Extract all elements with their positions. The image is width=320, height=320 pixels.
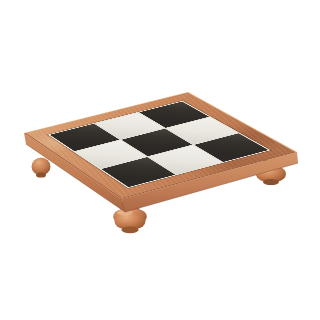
product-photo-checkerboard-trivet bbox=[0, 0, 320, 320]
bun-foot-left bbox=[32, 158, 51, 178]
